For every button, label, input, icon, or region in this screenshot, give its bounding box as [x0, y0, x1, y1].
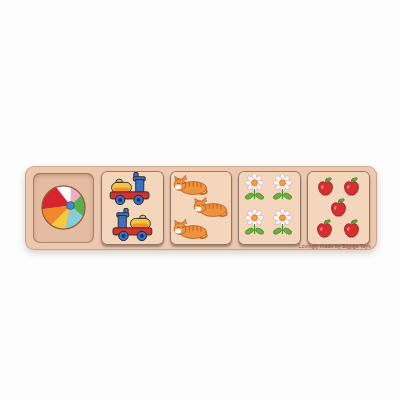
tile-slot-flowers	[239, 173, 300, 243]
apple-icon	[341, 176, 362, 197]
photo-background: Lovingly made by Bigjigs Toys	[0, 0, 400, 400]
daisy-icon	[270, 173, 295, 206]
tile-slot-cats	[171, 173, 232, 243]
train-icon	[107, 208, 155, 243]
tile-flowers[interactable]	[238, 171, 301, 245]
apple-icon	[314, 218, 335, 239]
puzzle-board: Lovingly made by Bigjigs Toys	[25, 166, 377, 250]
cat-icon	[172, 218, 210, 240]
cat-icon	[192, 196, 230, 218]
tile-slot-apples	[308, 173, 369, 243]
apple-icon	[328, 197, 349, 218]
daisy-icon	[242, 173, 267, 206]
apple-icon	[315, 176, 336, 197]
tile-slot-ball	[33, 173, 94, 243]
daisy-icon	[270, 208, 295, 241]
daisy-icon	[242, 208, 267, 241]
tile-trains[interactable]	[101, 171, 164, 245]
tile-cats[interactable]	[170, 171, 233, 245]
maker-text: Lovingly made by Bigjigs Toys	[299, 243, 371, 249]
cat-icon	[172, 174, 210, 196]
apple-icon	[341, 218, 362, 239]
tile-apples[interactable]	[307, 171, 370, 245]
beach-ball-icon	[39, 183, 88, 236]
tile-slot-trains	[102, 173, 163, 243]
train-icon	[107, 172, 155, 207]
